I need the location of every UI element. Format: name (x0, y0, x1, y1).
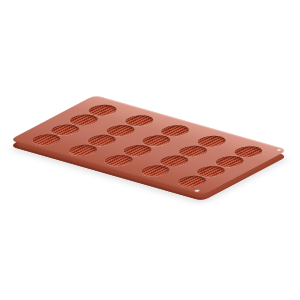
product-photo-canvas (0, 0, 300, 300)
